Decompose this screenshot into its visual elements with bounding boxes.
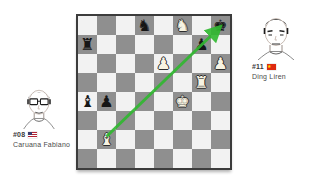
square-b7[interactable]	[97, 35, 116, 54]
square-d4[interactable]	[135, 92, 154, 111]
white-pawn-e6: ♟	[156, 54, 170, 73]
square-h1[interactable]	[211, 149, 230, 168]
square-d2[interactable]	[135, 130, 154, 149]
china-flag-icon	[267, 64, 276, 70]
square-f7[interactable]	[173, 35, 192, 54]
ding-seed: #11	[252, 63, 264, 70]
square-a4[interactable]: ♝	[78, 92, 97, 111]
square-b1[interactable]	[97, 149, 116, 168]
square-g6[interactable]	[192, 54, 211, 73]
player-card-caruana: #08 Caruana Fabiano	[13, 85, 70, 148]
white-rook-g5: ♜	[194, 73, 208, 92]
black-pawn-g7: ♟	[194, 35, 208, 54]
square-g7[interactable]: ♟	[192, 35, 211, 54]
square-g4[interactable]	[192, 92, 211, 111]
square-c8[interactable]	[116, 16, 135, 35]
square-b3[interactable]	[97, 111, 116, 130]
square-b4[interactable]: ♟	[97, 92, 116, 111]
square-e6[interactable]: ♟	[154, 54, 173, 73]
black-bishop-a4: ♝	[80, 92, 94, 111]
chess-board[interactable]: ♞♞♚♜♟♟♟♜♝♟♚♝	[78, 16, 230, 168]
square-h6[interactable]: ♟	[211, 54, 230, 73]
square-d3[interactable]	[135, 111, 154, 130]
square-a1[interactable]	[78, 149, 97, 168]
square-g3[interactable]	[192, 111, 211, 130]
caruana-meta: #08	[13, 131, 70, 138]
black-king-h8: ♚	[213, 16, 227, 35]
black-pawn-b4: ♟	[99, 92, 113, 111]
square-a7[interactable]: ♜	[78, 35, 97, 54]
player-card-ding: #11 Ding Liren	[252, 10, 298, 80]
black-rook-a7: ♜	[80, 35, 94, 54]
square-e8[interactable]	[154, 16, 173, 35]
square-f4[interactable]: ♚	[173, 92, 192, 111]
square-f1[interactable]	[173, 149, 192, 168]
square-h7[interactable]	[211, 35, 230, 54]
square-e1[interactable]	[154, 149, 173, 168]
white-bishop-b2: ♝	[99, 130, 113, 149]
square-b2[interactable]: ♝	[97, 130, 116, 149]
square-c3[interactable]	[116, 111, 135, 130]
square-h4[interactable]	[211, 92, 230, 111]
chess-board-frame: ♞♞♚♜♟♟♟♜♝♟♚♝	[76, 14, 232, 170]
square-c6[interactable]	[116, 54, 135, 73]
square-e3[interactable]	[154, 111, 173, 130]
square-h8[interactable]: ♚	[211, 16, 230, 35]
square-f3[interactable]	[173, 111, 192, 130]
square-e7[interactable]	[154, 35, 173, 54]
square-d6[interactable]	[135, 54, 154, 73]
caruana-seed: #08	[13, 131, 25, 138]
square-c1[interactable]	[116, 149, 135, 168]
square-d1[interactable]	[135, 149, 154, 168]
square-c2[interactable]	[116, 130, 135, 149]
square-c5[interactable]	[116, 73, 135, 92]
white-knight-f8: ♞	[175, 16, 189, 35]
square-b6[interactable]	[97, 54, 116, 73]
square-f5[interactable]	[173, 73, 192, 92]
square-b5[interactable]	[97, 73, 116, 92]
square-h2[interactable]	[211, 130, 230, 149]
square-d8[interactable]: ♞	[135, 16, 154, 35]
black-knight-d8: ♞	[137, 16, 151, 35]
square-g5[interactable]: ♜	[192, 73, 211, 92]
white-pawn-h6: ♟	[213, 54, 227, 73]
square-c7[interactable]	[116, 35, 135, 54]
square-h5[interactable]	[211, 73, 230, 92]
ding-name: Ding Liren	[252, 73, 298, 80]
caruana-portrait	[15, 85, 63, 129]
ding-portrait	[254, 10, 298, 60]
ding-meta: #11	[252, 63, 298, 70]
usa-flag-icon	[28, 132, 37, 138]
square-d5[interactable]	[135, 73, 154, 92]
square-c4[interactable]	[116, 92, 135, 111]
square-e5[interactable]	[154, 73, 173, 92]
square-g2[interactable]	[192, 130, 211, 149]
caruana-name: Caruana Fabiano	[13, 141, 70, 148]
square-f2[interactable]	[173, 130, 192, 149]
square-a5[interactable]	[78, 73, 97, 92]
square-e2[interactable]	[154, 130, 173, 149]
square-g8[interactable]	[192, 16, 211, 35]
square-a2[interactable]	[78, 130, 97, 149]
square-f8[interactable]: ♞	[173, 16, 192, 35]
square-e4[interactable]	[154, 92, 173, 111]
square-f6[interactable]	[173, 54, 192, 73]
square-g1[interactable]	[192, 149, 211, 168]
square-h3[interactable]	[211, 111, 230, 130]
thumbnail-stage: #08 Caruana Fabiano ♞♞♚♜♟♟♟♜♝♟♚♝	[0, 0, 320, 180]
square-a3[interactable]	[78, 111, 97, 130]
square-b8[interactable]	[97, 16, 116, 35]
white-king-f4: ♚	[175, 92, 189, 111]
square-d7[interactable]	[135, 35, 154, 54]
square-a8[interactable]	[78, 16, 97, 35]
square-a6[interactable]	[78, 54, 97, 73]
